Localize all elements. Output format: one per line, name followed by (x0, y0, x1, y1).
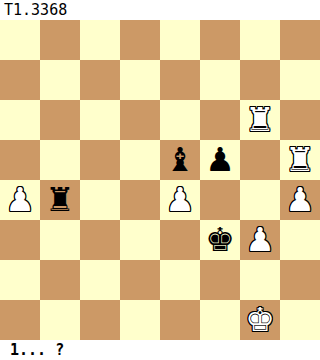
square-f6[interactable] (200, 100, 240, 140)
square-f4[interactable] (200, 180, 240, 220)
square-d2[interactable] (120, 260, 160, 300)
white-pawn-e4[interactable]: ♟ (165, 180, 195, 220)
square-a2[interactable] (0, 260, 40, 300)
square-f2[interactable] (200, 260, 240, 300)
square-c1[interactable] (80, 300, 120, 340)
square-g3[interactable]: ♟ (240, 220, 280, 260)
square-e5[interactable]: ♝ (160, 140, 200, 180)
white-pawn-a4[interactable]: ♟ (5, 180, 35, 220)
chess-board: ♜♝♟♜♟♜♟♟♚♟♚ (0, 20, 320, 340)
square-h5[interactable]: ♜ (280, 140, 320, 180)
square-h2[interactable] (280, 260, 320, 300)
square-f7[interactable] (200, 60, 240, 100)
square-e6[interactable] (160, 100, 200, 140)
square-c6[interactable] (80, 100, 120, 140)
square-b6[interactable] (40, 100, 80, 140)
square-d1[interactable] (120, 300, 160, 340)
square-g4[interactable] (240, 180, 280, 220)
square-h4[interactable]: ♟ (280, 180, 320, 220)
square-a3[interactable] (0, 220, 40, 260)
square-c3[interactable] (80, 220, 120, 260)
square-h6[interactable] (280, 100, 320, 140)
square-g8[interactable] (240, 20, 280, 60)
square-b2[interactable] (40, 260, 80, 300)
white-pawn-h4[interactable]: ♟ (285, 180, 315, 220)
square-h3[interactable] (280, 220, 320, 260)
move-prompt: 1... ? (0, 340, 320, 360)
square-f8[interactable] (200, 20, 240, 60)
square-e8[interactable] (160, 20, 200, 60)
square-d4[interactable] (120, 180, 160, 220)
square-b7[interactable] (40, 60, 80, 100)
chess-puzzle-window: T1.3368 ♜♝♟♜♟♜♟♟♚♟♚ 1... ? (0, 0, 320, 360)
black-king-f3[interactable]: ♚ (205, 220, 235, 260)
square-d7[interactable] (120, 60, 160, 100)
black-pawn-f5[interactable]: ♟ (205, 140, 235, 180)
square-e3[interactable] (160, 220, 200, 260)
square-c8[interactable] (80, 20, 120, 60)
square-a1[interactable] (0, 300, 40, 340)
square-e2[interactable] (160, 260, 200, 300)
square-f3[interactable]: ♚ (200, 220, 240, 260)
square-g7[interactable] (240, 60, 280, 100)
puzzle-title: T1.3368 (0, 0, 320, 20)
square-b5[interactable] (40, 140, 80, 180)
square-c4[interactable] (80, 180, 120, 220)
square-d8[interactable] (120, 20, 160, 60)
square-h7[interactable] (280, 60, 320, 100)
square-c2[interactable] (80, 260, 120, 300)
square-a5[interactable] (0, 140, 40, 180)
square-g5[interactable] (240, 140, 280, 180)
square-h8[interactable] (280, 20, 320, 60)
square-d6[interactable] (120, 100, 160, 140)
square-d3[interactable] (120, 220, 160, 260)
square-e7[interactable] (160, 60, 200, 100)
square-f1[interactable] (200, 300, 240, 340)
square-a6[interactable] (0, 100, 40, 140)
square-d5[interactable] (120, 140, 160, 180)
white-king-g1[interactable]: ♚ (245, 300, 275, 340)
white-rook-g6[interactable]: ♜ (245, 100, 275, 140)
square-a7[interactable] (0, 60, 40, 100)
square-e4[interactable]: ♟ (160, 180, 200, 220)
square-g1[interactable]: ♚ (240, 300, 280, 340)
square-f5[interactable]: ♟ (200, 140, 240, 180)
white-pawn-g3[interactable]: ♟ (245, 220, 275, 260)
square-h1[interactable] (280, 300, 320, 340)
square-c7[interactable] (80, 60, 120, 100)
black-bishop-e5[interactable]: ♝ (165, 140, 195, 180)
square-a4[interactable]: ♟ (0, 180, 40, 220)
square-b4[interactable]: ♜ (40, 180, 80, 220)
square-b1[interactable] (40, 300, 80, 340)
square-b3[interactable] (40, 220, 80, 260)
square-g2[interactable] (240, 260, 280, 300)
square-b8[interactable] (40, 20, 80, 60)
square-g6[interactable]: ♜ (240, 100, 280, 140)
black-rook-b4[interactable]: ♜ (45, 180, 75, 220)
square-e1[interactable] (160, 300, 200, 340)
square-c5[interactable] (80, 140, 120, 180)
square-a8[interactable] (0, 20, 40, 60)
white-rook-h5[interactable]: ♜ (285, 140, 315, 180)
